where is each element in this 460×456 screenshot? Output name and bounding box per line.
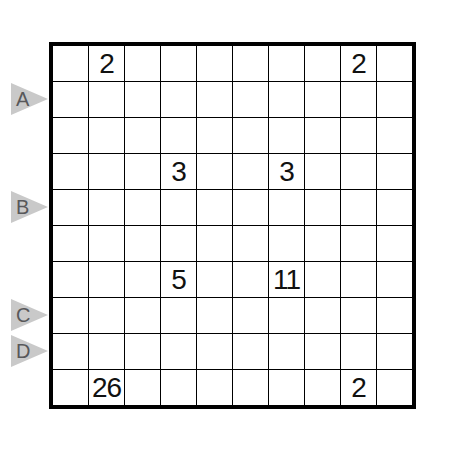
grid-cell[interactable] [53,262,88,297]
grid-cell[interactable] [341,298,376,333]
grid-cell[interactable] [125,118,160,153]
grid-cell[interactable] [161,334,196,369]
grid-cell[interactable] [161,46,196,81]
grid-cell[interactable] [305,46,340,81]
grid-cell[interactable] [377,262,412,297]
clue-number: 3 [279,158,294,186]
grid-cell[interactable] [269,370,304,405]
grid-cell[interactable] [197,154,232,189]
grid-cell[interactable] [53,334,88,369]
clue-number: 2 [351,374,366,402]
grid-cell[interactable] [125,82,160,117]
grid-cell[interactable] [233,154,268,189]
row-marker-c: C [11,299,49,331]
puzzle-canvas: 2233511262 A B C D [0,0,460,456]
grid-cell[interactable] [161,298,196,333]
grid-cell[interactable] [269,46,304,81]
grid-cell[interactable] [341,226,376,261]
grid-cell[interactable]: 5 [161,262,196,297]
grid-cell[interactable]: 2 [341,46,376,81]
grid-cell[interactable] [233,334,268,369]
grid-cell[interactable] [89,82,124,117]
grid-cell[interactable] [89,334,124,369]
row-marker-label: A [16,88,29,111]
grid-cell[interactable] [269,334,304,369]
row-marker-a: A [11,83,49,115]
grid-cell[interactable] [89,226,124,261]
grid-cell[interactable] [89,262,124,297]
grid-cell[interactable] [53,370,88,405]
grid-cell[interactable] [125,370,160,405]
grid-cell[interactable] [161,370,196,405]
grid-cell[interactable] [125,190,160,225]
grid-cell[interactable] [125,262,160,297]
grid-cell[interactable] [305,154,340,189]
grid-cell[interactable]: 2 [341,370,376,405]
grid-cell[interactable] [305,82,340,117]
grid-cell[interactable] [197,190,232,225]
clue-number: 2 [99,50,114,78]
puzzle-board: 2233511262 [49,42,416,409]
clue-number: 26 [92,374,121,402]
grid-cell[interactable] [305,370,340,405]
grid-cell[interactable] [377,226,412,261]
grid-cell[interactable] [233,82,268,117]
grid-cell[interactable]: 11 [269,262,304,297]
grid-cell[interactable] [125,226,160,261]
grid-cell[interactable] [161,82,196,117]
grid-cell[interactable] [377,154,412,189]
row-marker-d: D [11,335,49,367]
grid-cell[interactable] [197,226,232,261]
grid-cell[interactable] [197,118,232,153]
grid-cell[interactable] [161,226,196,261]
grid-cell[interactable] [377,118,412,153]
grid-cell[interactable] [233,370,268,405]
clue-number: 2 [351,50,366,78]
grid-cell[interactable] [341,82,376,117]
grid-cell[interactable] [89,298,124,333]
grid-cell[interactable] [269,82,304,117]
clue-number: 11 [273,266,300,294]
grid-cell[interactable]: 2 [89,46,124,81]
grid-cell[interactable] [197,298,232,333]
grid-cell[interactable] [53,190,88,225]
grid-cell[interactable] [53,118,88,153]
grid-cell[interactable] [53,298,88,333]
grid-cell[interactable]: 26 [89,370,124,405]
grid-cell[interactable] [53,46,88,81]
grid-cell[interactable] [341,334,376,369]
grid-cell[interactable] [341,190,376,225]
grid-cell[interactable] [341,118,376,153]
row-marker-label: B [16,196,29,219]
grid-cell[interactable] [269,298,304,333]
grid-cell[interactable] [377,46,412,81]
grid-cell[interactable] [125,154,160,189]
grid-cell[interactable] [269,190,304,225]
grid-cell[interactable]: 3 [161,154,196,189]
grid-cell[interactable] [53,154,88,189]
row-marker-label: D [16,340,30,363]
grid-cell[interactable] [197,82,232,117]
grid-cell[interactable] [269,118,304,153]
clue-number: 3 [171,158,186,186]
row-marker-b: B [11,191,49,223]
grid-cell[interactable] [233,46,268,81]
grid-cell[interactable] [53,82,88,117]
grid-cell[interactable] [269,226,304,261]
grid-cell[interactable] [125,334,160,369]
grid-cell[interactable] [197,370,232,405]
grid-cell[interactable] [305,262,340,297]
grid-cell[interactable] [89,118,124,153]
grid-cell[interactable] [233,298,268,333]
row-marker-label: C [16,304,30,327]
grid-cell[interactable] [197,334,232,369]
grid-cell[interactable] [233,118,268,153]
grid-cell[interactable] [233,262,268,297]
grid-cell[interactable] [89,154,124,189]
grid-cell[interactable] [89,190,124,225]
grid-cell[interactable] [161,190,196,225]
grid-cell[interactable] [125,298,160,333]
grid-cell[interactable] [305,190,340,225]
grid-cell[interactable] [377,370,412,405]
grid-cell[interactable] [161,118,196,153]
grid-cell[interactable] [341,262,376,297]
grid-cell[interactable] [305,226,340,261]
grid-cell[interactable]: 3 [269,154,304,189]
grid-cell[interactable] [377,298,412,333]
grid-cell[interactable] [377,190,412,225]
grid-cell[interactable] [305,118,340,153]
grid-cell[interactable] [377,334,412,369]
grid-cell[interactable] [377,82,412,117]
grid-cell[interactable] [305,298,340,333]
grid-cell[interactable] [305,334,340,369]
grid-cell[interactable] [125,46,160,81]
grid-cell[interactable] [233,190,268,225]
grid-cell[interactable] [341,154,376,189]
grid-cell[interactable] [197,46,232,81]
grid-cell[interactable] [233,226,268,261]
clue-number: 5 [171,266,186,294]
grid-cell[interactable] [197,262,232,297]
grid-cell[interactable] [53,226,88,261]
